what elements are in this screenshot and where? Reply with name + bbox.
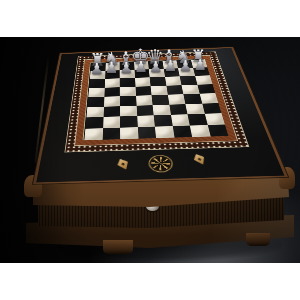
letterbox-bottom	[0, 263, 300, 300]
silver-pawn-piece: ♟	[179, 58, 192, 73]
square-e4	[135, 86, 151, 96]
case-foot-left	[103, 240, 133, 254]
square-a4	[197, 84, 215, 94]
silver-pawn-piece: ♟	[119, 60, 133, 75]
gold-rook-piece: ♜	[81, 110, 105, 137]
silver-pawn-piece: ♟	[90, 61, 104, 76]
screenshot-canvas: ♜♞♝♛♚♝♞♜♟♟♟♟♟♟♟♟♟♟♟♟♟♟♟♟♜♞♝♛♚♝♞♜	[0, 0, 300, 300]
silver-pawn-piece: ♟	[164, 59, 178, 74]
square-g4	[104, 87, 120, 97]
photo-backdrop: ♜♞♝♛♚♝♞♜♟♟♟♟♟♟♟♟♟♟♟♟♟♟♟♟♜♞♝♛♚♝♞♜	[0, 37, 300, 263]
silver-pawn-piece: ♟	[134, 60, 148, 75]
silver-pawn-piece: ♟	[194, 58, 207, 73]
case-foot-right	[246, 233, 270, 246]
silver-pawn-piece: ♟	[105, 61, 119, 76]
silver-pawn-piece: ♟	[149, 59, 163, 74]
letterbox-top	[0, 0, 300, 37]
